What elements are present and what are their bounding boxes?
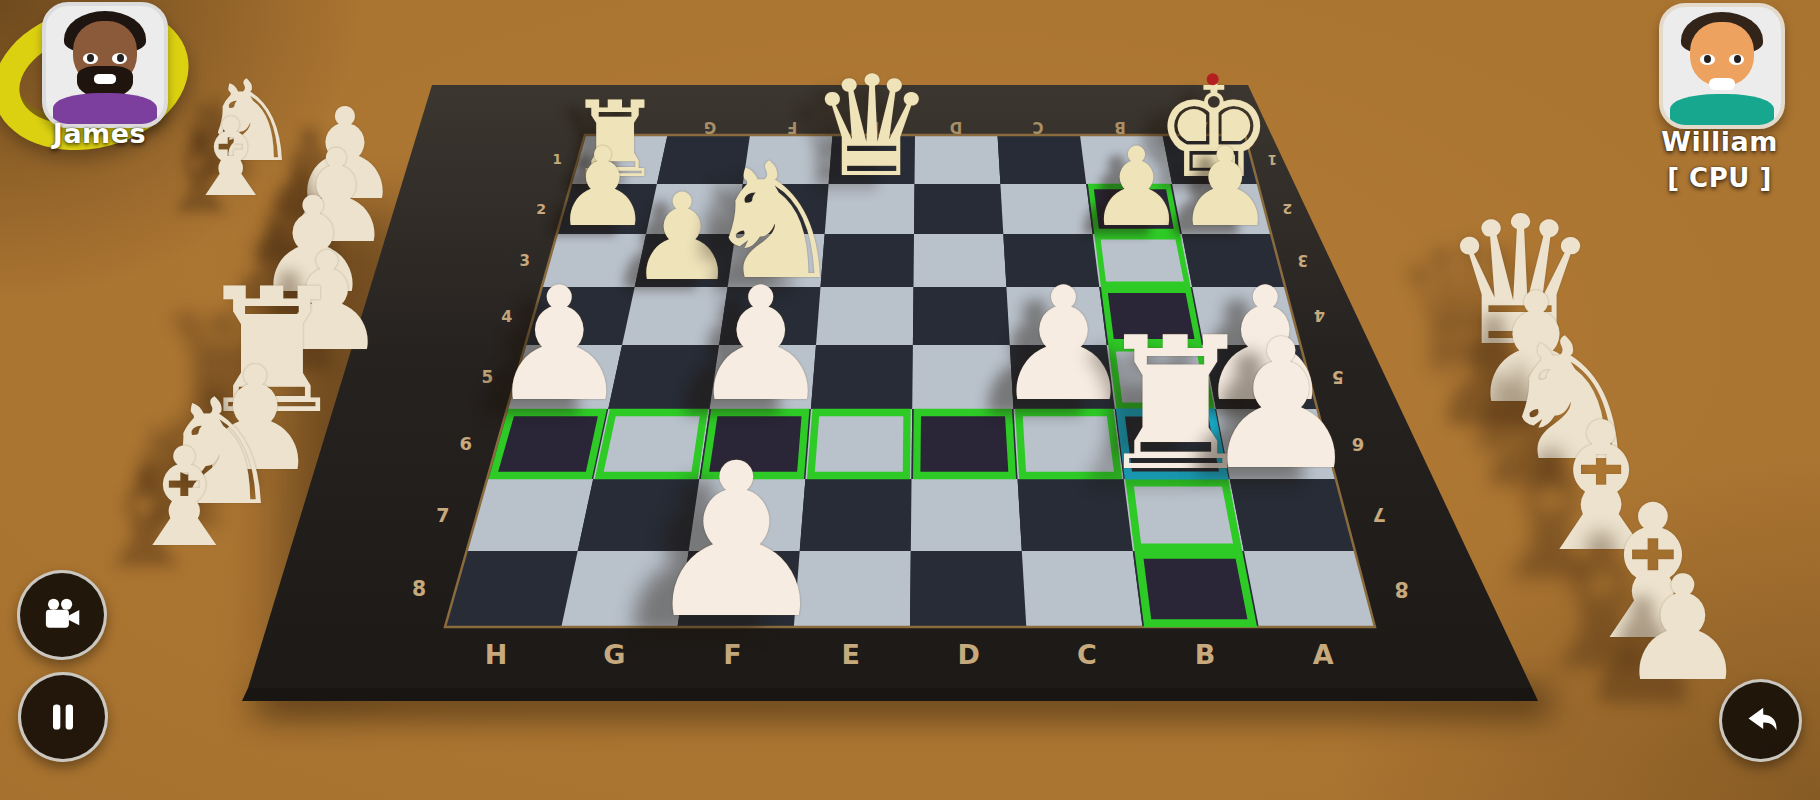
svg-text:E: E — [841, 639, 859, 670]
piece-white-pawn-b2[interactable]: ♟ — [1088, 134, 1186, 243]
avatar-shirt — [1670, 94, 1774, 127]
king-red-crest — [1207, 73, 1219, 85]
square-h8[interactable] — [445, 551, 578, 627]
piece-black-pawn-a6[interactable]: ♟ — [1201, 316, 1362, 496]
player-right-cpu-badge: [ CPU ] — [1637, 163, 1802, 193]
game-screen: HGFEDCBAHGFEDCBA1122334455667788 ♜♛♚♟♟♟♟… — [0, 0, 1820, 800]
avatar-mouth — [1709, 78, 1735, 90]
svg-text:8: 8 — [412, 577, 426, 601]
svg-text:2: 2 — [1282, 201, 1292, 217]
square-a8[interactable] — [1244, 551, 1375, 627]
piece-black-pawn-f8[interactable]: ♟ — [641, 434, 832, 647]
svg-text:C: C — [1033, 118, 1044, 136]
record-video-button[interactable] — [17, 570, 107, 660]
svg-text:B: B — [1195, 639, 1216, 670]
pause-icon — [43, 697, 83, 737]
piece-black-pawn-f5[interactable]: ♟ — [691, 266, 832, 423]
captured-bishop-left-tray: ♝ — [123, 430, 245, 566]
svg-text:7: 7 — [1373, 503, 1386, 526]
player-right: William [ CPU ] — [1600, 0, 1820, 210]
svg-text:H: H — [485, 639, 508, 670]
square-d8[interactable] — [910, 551, 1026, 627]
pause-button[interactable] — [18, 672, 108, 762]
svg-text:G: G — [603, 639, 625, 670]
square-c1[interactable] — [998, 135, 1087, 184]
square-d7[interactable] — [911, 479, 1022, 551]
player-right-avatar[interactable] — [1659, 3, 1785, 129]
player-left-avatar[interactable] — [42, 2, 168, 128]
piece-black-pawn-h5[interactable]: ♟ — [489, 266, 630, 423]
square-c8[interactable] — [1022, 551, 1143, 627]
svg-text:7: 7 — [436, 504, 449, 527]
player-right-name: William — [1637, 126, 1802, 157]
avatar-face — [1690, 22, 1754, 86]
svg-text:D: D — [958, 639, 980, 670]
move-highlight-b8[interactable] — [1139, 555, 1252, 623]
video-camera-icon — [39, 592, 85, 638]
svg-text:C: C — [1077, 639, 1097, 670]
square-h7[interactable] — [467, 479, 594, 551]
square-c2[interactable] — [1000, 184, 1092, 234]
svg-text:8: 8 — [1394, 577, 1408, 601]
svg-text:2: 2 — [536, 201, 546, 217]
avatar-mouth — [94, 74, 115, 83]
svg-text:D: D — [950, 118, 962, 136]
piece-white-pawn-a2[interactable]: ♟ — [1177, 134, 1275, 243]
captured-pawn-right-tray: ♟ — [1618, 556, 1748, 701]
svg-text:6: 6 — [459, 433, 472, 454]
player-left-name: James — [17, 118, 182, 149]
board-frame-front — [242, 688, 1538, 701]
svg-text:A: A — [1313, 639, 1334, 670]
